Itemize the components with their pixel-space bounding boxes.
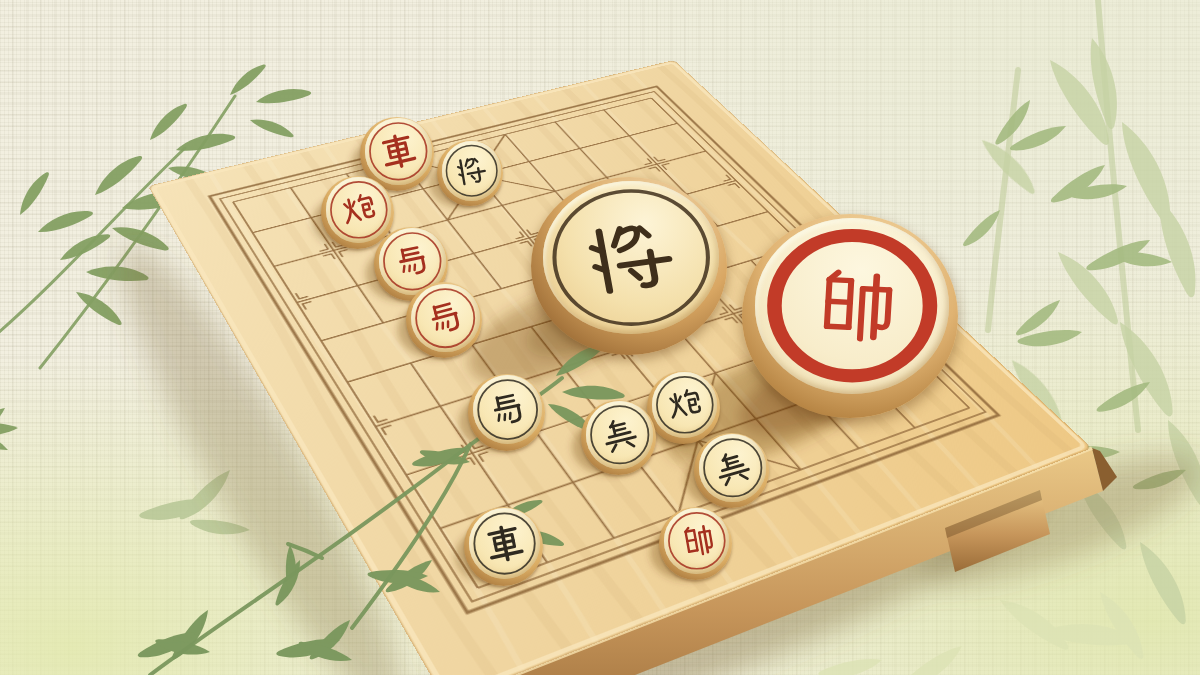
piece-face [664, 508, 730, 574]
piece-black-soldier-2[interactable] [694, 433, 769, 508]
piece-black-soldier-1[interactable] [581, 400, 656, 475]
piece-glyph-馬 [411, 284, 479, 352]
piece-face [365, 118, 432, 185]
piece-glyph-將 [442, 141, 501, 200]
piece-face [586, 401, 654, 469]
featured-piece-big-red-general [742, 214, 958, 418]
piece-red-general[interactable] [659, 507, 732, 580]
piece-glyph-車 [365, 118, 432, 185]
piece-face [543, 181, 719, 334]
piece-black-chariot[interactable] [464, 507, 543, 586]
piece-face [442, 141, 501, 200]
piece-glyph-車 [469, 508, 540, 579]
piece-face [411, 284, 479, 352]
piece-glyph-將 [543, 181, 719, 334]
piece-black-general[interactable] [437, 140, 503, 206]
piece-glyph-帥 [664, 508, 730, 574]
piece-face [473, 375, 542, 444]
featured-piece-big-black-general [531, 177, 727, 355]
piece-glyph-炮 [652, 372, 718, 438]
piece-black-horse[interactable] [468, 374, 545, 451]
piece-glyph-兵 [699, 434, 767, 502]
xiangqi-splash-scene [0, 0, 1200, 675]
piece-face [755, 218, 949, 393]
piece-face [469, 508, 540, 579]
piece-glyph-兵 [586, 401, 654, 469]
piece-face [652, 372, 718, 438]
piece-red-horse-2[interactable] [406, 282, 482, 358]
piece-face [699, 434, 767, 502]
piece-black-cannon[interactable] [647, 371, 720, 444]
piece-glyph-帥 [755, 218, 949, 393]
piece-glyph-馬 [473, 375, 542, 444]
xiangqi-board[interactable] [148, 60, 1092, 675]
